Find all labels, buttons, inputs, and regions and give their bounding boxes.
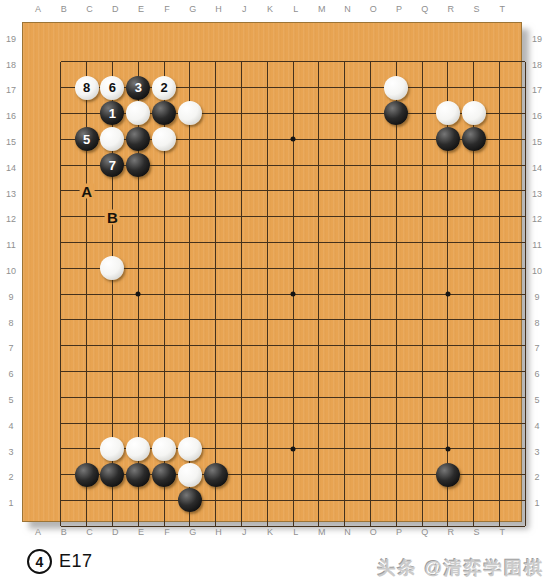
intersection-F9[interactable]: [177, 307, 203, 333]
intersection-D17[interactable]: [125, 101, 151, 127]
intersection-G16[interactable]: [203, 126, 229, 152]
intersection-G11[interactable]: [203, 255, 229, 281]
intersection-F2[interactable]: [177, 488, 203, 514]
intersection-D11[interactable]: [125, 255, 151, 281]
intersection-O13[interactable]: [383, 204, 409, 230]
intersection-K9[interactable]: [280, 307, 306, 333]
intersection-D13[interactable]: [125, 204, 151, 230]
intersection-F8[interactable]: [177, 333, 203, 359]
intersection-A10[interactable]: [48, 281, 74, 307]
intersection-P10[interactable]: [409, 281, 435, 307]
intersection-B2[interactable]: [74, 488, 100, 514]
intersection-C13[interactable]: B: [100, 204, 126, 230]
intersection-R9[interactable]: [461, 307, 487, 333]
intersection-G4[interactable]: [203, 436, 229, 462]
intersection-S14[interactable]: [487, 178, 513, 204]
intersection-J18[interactable]: [254, 75, 280, 101]
intersection-F16[interactable]: [177, 126, 203, 152]
intersection-P7[interactable]: [409, 359, 435, 385]
intersection-H17[interactable]: [229, 101, 255, 127]
intersection-J2[interactable]: [254, 488, 280, 514]
intersection-J17[interactable]: [254, 101, 280, 127]
intersection-E10[interactable]: [151, 281, 177, 307]
intersection-M12[interactable]: [332, 230, 358, 256]
intersection-S11[interactable]: [487, 255, 513, 281]
intersection-H13[interactable]: [229, 204, 255, 230]
intersection-E16[interactable]: [151, 126, 177, 152]
intersection-E14[interactable]: [151, 178, 177, 204]
intersection-Q17[interactable]: [435, 101, 461, 127]
intersection-H10[interactable]: [229, 281, 255, 307]
intersection-A12[interactable]: [48, 230, 74, 256]
intersection-G15[interactable]: [203, 152, 229, 178]
intersection-F18[interactable]: [177, 75, 203, 101]
intersection-K7[interactable]: [280, 359, 306, 385]
intersection-S16[interactable]: [487, 126, 513, 152]
intersection-O12[interactable]: [383, 230, 409, 256]
intersection-N9[interactable]: [358, 307, 384, 333]
intersection-A7[interactable]: [48, 359, 74, 385]
intersection-H5[interactable]: [229, 410, 255, 436]
intersection-G7[interactable]: [203, 359, 229, 385]
intersection-J3[interactable]: [254, 462, 280, 488]
intersection-D19[interactable]: [125, 49, 151, 75]
intersection-P9[interactable]: [409, 307, 435, 333]
intersection-B10[interactable]: [74, 281, 100, 307]
intersection-N19[interactable]: [358, 49, 384, 75]
intersection-D7[interactable]: [125, 359, 151, 385]
intersection-L19[interactable]: [306, 49, 332, 75]
intersection-A15[interactable]: [48, 152, 74, 178]
intersection-M8[interactable]: [332, 333, 358, 359]
intersection-R14[interactable]: [461, 178, 487, 204]
intersection-K19[interactable]: [280, 49, 306, 75]
intersection-L3[interactable]: [306, 462, 332, 488]
intersection-A18[interactable]: [48, 75, 74, 101]
intersection-K11[interactable]: [280, 255, 306, 281]
intersection-B16[interactable]: 5: [74, 126, 100, 152]
intersection-N12[interactable]: [358, 230, 384, 256]
intersection-F17[interactable]: [177, 101, 203, 127]
intersection-Q18[interactable]: [435, 75, 461, 101]
intersection-A16[interactable]: [48, 126, 74, 152]
intersection-L5[interactable]: [306, 410, 332, 436]
intersection-N18[interactable]: [358, 75, 384, 101]
intersection-A17[interactable]: [48, 101, 74, 127]
intersection-J14[interactable]: [254, 178, 280, 204]
intersection-B13[interactable]: [74, 204, 100, 230]
intersection-F19[interactable]: [177, 49, 203, 75]
intersection-S3[interactable]: [487, 462, 513, 488]
intersection-O11[interactable]: [383, 255, 409, 281]
intersection-P5[interactable]: [409, 410, 435, 436]
intersection-B5[interactable]: [74, 410, 100, 436]
intersection-L15[interactable]: [306, 152, 332, 178]
intersection-Q12[interactable]: [435, 230, 461, 256]
intersection-F15[interactable]: [177, 152, 203, 178]
intersection-Q10[interactable]: [435, 281, 461, 307]
intersection-D8[interactable]: [125, 333, 151, 359]
intersection-G5[interactable]: [203, 410, 229, 436]
intersection-N17[interactable]: [358, 101, 384, 127]
intersection-L8[interactable]: [306, 333, 332, 359]
intersection-H9[interactable]: [229, 307, 255, 333]
intersection-Q5[interactable]: [435, 410, 461, 436]
intersection-J6[interactable]: [254, 384, 280, 410]
intersection-L4[interactable]: [306, 436, 332, 462]
intersection-H19[interactable]: [229, 49, 255, 75]
intersection-M18[interactable]: [332, 75, 358, 101]
intersection-O18[interactable]: [383, 75, 409, 101]
intersection-A8[interactable]: [48, 333, 74, 359]
intersection-H11[interactable]: [229, 255, 255, 281]
intersection-A6[interactable]: [48, 384, 74, 410]
intersection-R18[interactable]: [461, 75, 487, 101]
intersection-O4[interactable]: [383, 436, 409, 462]
intersection-F10[interactable]: [177, 281, 203, 307]
intersection-L7[interactable]: [306, 359, 332, 385]
intersection-J5[interactable]: [254, 410, 280, 436]
intersection-G3[interactable]: [203, 462, 229, 488]
intersection-K6[interactable]: [280, 384, 306, 410]
intersection-B18[interactable]: 8: [74, 75, 100, 101]
intersection-D5[interactable]: [125, 410, 151, 436]
intersection-H16[interactable]: [229, 126, 255, 152]
intersection-D6[interactable]: [125, 384, 151, 410]
intersection-A13[interactable]: [48, 204, 74, 230]
intersection-F3[interactable]: [177, 462, 203, 488]
intersection-J4[interactable]: [254, 436, 280, 462]
intersection-H3[interactable]: [229, 462, 255, 488]
intersection-B15[interactable]: [74, 152, 100, 178]
intersection-N4[interactable]: [358, 436, 384, 462]
intersection-R2[interactable]: [461, 488, 487, 514]
intersection-G17[interactable]: [203, 101, 229, 127]
intersection-A19[interactable]: [48, 49, 74, 75]
intersection-E5[interactable]: [151, 410, 177, 436]
intersection-N5[interactable]: [358, 410, 384, 436]
intersection-M17[interactable]: [332, 101, 358, 127]
intersection-L2[interactable]: [306, 488, 332, 514]
intersection-M11[interactable]: [332, 255, 358, 281]
intersection-O5[interactable]: [383, 410, 409, 436]
intersection-C19[interactable]: [100, 49, 126, 75]
intersection-R15[interactable]: [461, 152, 487, 178]
intersection-R12[interactable]: [461, 230, 487, 256]
intersection-B4[interactable]: [74, 436, 100, 462]
intersection-M5[interactable]: [332, 410, 358, 436]
intersection-E17[interactable]: [151, 101, 177, 127]
intersection-N15[interactable]: [358, 152, 384, 178]
intersection-E8[interactable]: [151, 333, 177, 359]
intersection-H7[interactable]: [229, 359, 255, 385]
intersection-Q15[interactable]: [435, 152, 461, 178]
intersection-A9[interactable]: [48, 307, 74, 333]
intersection-Q11[interactable]: [435, 255, 461, 281]
intersection-K17[interactable]: [280, 101, 306, 127]
intersection-O6[interactable]: [383, 384, 409, 410]
intersection-E2[interactable]: [151, 488, 177, 514]
intersection-A2[interactable]: [48, 488, 74, 514]
intersection-P4[interactable]: [409, 436, 435, 462]
intersection-O19[interactable]: [383, 49, 409, 75]
intersection-O17[interactable]: [383, 101, 409, 127]
intersection-P19[interactable]: [409, 49, 435, 75]
intersection-E19[interactable]: [151, 49, 177, 75]
intersection-S18[interactable]: [487, 75, 513, 101]
intersection-C12[interactable]: [100, 230, 126, 256]
intersection-P2[interactable]: [409, 488, 435, 514]
intersection-P18[interactable]: [409, 75, 435, 101]
intersection-L11[interactable]: [306, 255, 332, 281]
intersection-G8[interactable]: [203, 333, 229, 359]
intersection-J7[interactable]: [254, 359, 280, 385]
intersection-C10[interactable]: [100, 281, 126, 307]
intersection-N8[interactable]: [358, 333, 384, 359]
intersection-J9[interactable]: [254, 307, 280, 333]
intersection-R17[interactable]: [461, 101, 487, 127]
intersection-D4[interactable]: [125, 436, 151, 462]
intersection-M2[interactable]: [332, 488, 358, 514]
intersection-C5[interactable]: [100, 410, 126, 436]
intersection-A4[interactable]: [48, 436, 74, 462]
intersection-L9[interactable]: [306, 307, 332, 333]
intersection-G6[interactable]: [203, 384, 229, 410]
intersection-P15[interactable]: [409, 152, 435, 178]
intersection-J19[interactable]: [254, 49, 280, 75]
intersection-M16[interactable]: [332, 126, 358, 152]
intersection-G9[interactable]: [203, 307, 229, 333]
intersection-E13[interactable]: [151, 204, 177, 230]
intersection-H18[interactable]: [229, 75, 255, 101]
intersection-G14[interactable]: [203, 178, 229, 204]
intersection-E4[interactable]: [151, 436, 177, 462]
intersection-R16[interactable]: [461, 126, 487, 152]
intersection-P13[interactable]: [409, 204, 435, 230]
intersection-E6[interactable]: [151, 384, 177, 410]
intersection-C15[interactable]: 7: [100, 152, 126, 178]
intersection-C14[interactable]: [100, 178, 126, 204]
intersection-M6[interactable]: [332, 384, 358, 410]
intersection-O15[interactable]: [383, 152, 409, 178]
intersection-R10[interactable]: [461, 281, 487, 307]
intersection-L18[interactable]: [306, 75, 332, 101]
intersection-M13[interactable]: [332, 204, 358, 230]
intersection-P12[interactable]: [409, 230, 435, 256]
intersection-M9[interactable]: [332, 307, 358, 333]
intersection-N6[interactable]: [358, 384, 384, 410]
intersection-P8[interactable]: [409, 333, 435, 359]
intersection-F13[interactable]: [177, 204, 203, 230]
intersection-L13[interactable]: [306, 204, 332, 230]
intersection-O9[interactable]: [383, 307, 409, 333]
intersection-S4[interactable]: [487, 436, 513, 462]
intersection-E3[interactable]: [151, 462, 177, 488]
intersection-S17[interactable]: [487, 101, 513, 127]
intersection-F7[interactable]: [177, 359, 203, 385]
intersection-N7[interactable]: [358, 359, 384, 385]
intersection-N10[interactable]: [358, 281, 384, 307]
intersection-C6[interactable]: [100, 384, 126, 410]
intersection-B19[interactable]: [74, 49, 100, 75]
intersection-F6[interactable]: [177, 384, 203, 410]
intersection-S8[interactable]: [487, 333, 513, 359]
intersection-G10[interactable]: [203, 281, 229, 307]
intersection-J11[interactable]: [254, 255, 280, 281]
intersection-F5[interactable]: [177, 410, 203, 436]
intersection-S19[interactable]: [487, 49, 513, 75]
intersection-O7[interactable]: [383, 359, 409, 385]
intersection-F11[interactable]: [177, 255, 203, 281]
intersection-L14[interactable]: [306, 178, 332, 204]
intersection-G18[interactable]: [203, 75, 229, 101]
intersection-E11[interactable]: [151, 255, 177, 281]
intersection-C11[interactable]: [100, 255, 126, 281]
intersection-K12[interactable]: [280, 230, 306, 256]
intersection-D15[interactable]: [125, 152, 151, 178]
intersection-P3[interactable]: [409, 462, 435, 488]
intersection-J12[interactable]: [254, 230, 280, 256]
intersection-J8[interactable]: [254, 333, 280, 359]
intersection-E9[interactable]: [151, 307, 177, 333]
intersection-T1[interactable]: [512, 513, 538, 539]
intersection-K13[interactable]: [280, 204, 306, 230]
intersection-N14[interactable]: [358, 178, 384, 204]
intersection-K8[interactable]: [280, 333, 306, 359]
intersection-H6[interactable]: [229, 384, 255, 410]
intersection-Q16[interactable]: [435, 126, 461, 152]
intersection-O14[interactable]: [383, 178, 409, 204]
intersection-B6[interactable]: [74, 384, 100, 410]
intersection-R5[interactable]: [461, 410, 487, 436]
intersection-M14[interactable]: [332, 178, 358, 204]
intersection-P11[interactable]: [409, 255, 435, 281]
intersection-S10[interactable]: [487, 281, 513, 307]
intersection-H2[interactable]: [229, 488, 255, 514]
intersection-J13[interactable]: [254, 204, 280, 230]
intersection-D12[interactable]: [125, 230, 151, 256]
intersection-K10[interactable]: [280, 281, 306, 307]
intersection-P14[interactable]: [409, 178, 435, 204]
intersection-C17[interactable]: 1: [100, 101, 126, 127]
intersection-M3[interactable]: [332, 462, 358, 488]
intersection-B9[interactable]: [74, 307, 100, 333]
intersection-S15[interactable]: [487, 152, 513, 178]
intersection-M4[interactable]: [332, 436, 358, 462]
intersection-S6[interactable]: [487, 384, 513, 410]
intersection-C3[interactable]: [100, 462, 126, 488]
intersection-J15[interactable]: [254, 152, 280, 178]
intersection-D3[interactable]: [125, 462, 151, 488]
intersection-S13[interactable]: [487, 204, 513, 230]
intersection-K4[interactable]: [280, 436, 306, 462]
intersection-L16[interactable]: [306, 126, 332, 152]
intersection-B12[interactable]: [74, 230, 100, 256]
intersection-D18[interactable]: 3: [125, 75, 151, 101]
intersection-C4[interactable]: [100, 436, 126, 462]
intersection-H15[interactable]: [229, 152, 255, 178]
intersection-R11[interactable]: [461, 255, 487, 281]
intersection-N2[interactable]: [358, 488, 384, 514]
intersection-L17[interactable]: [306, 101, 332, 127]
intersection-D14[interactable]: [125, 178, 151, 204]
intersection-E12[interactable]: [151, 230, 177, 256]
intersection-K15[interactable]: [280, 152, 306, 178]
intersection-Q8[interactable]: [435, 333, 461, 359]
intersection-M7[interactable]: [332, 359, 358, 385]
intersection-Q19[interactable]: [435, 49, 461, 75]
intersection-O16[interactable]: [383, 126, 409, 152]
intersection-O2[interactable]: [383, 488, 409, 514]
intersection-G19[interactable]: [203, 49, 229, 75]
intersection-E7[interactable]: [151, 359, 177, 385]
intersection-N3[interactable]: [358, 462, 384, 488]
intersection-K14[interactable]: [280, 178, 306, 204]
intersection-D9[interactable]: [125, 307, 151, 333]
intersection-B17[interactable]: [74, 101, 100, 127]
intersection-K18[interactable]: [280, 75, 306, 101]
intersection-D16[interactable]: [125, 126, 151, 152]
intersection-C7[interactable]: [100, 359, 126, 385]
intersection-S5[interactable]: [487, 410, 513, 436]
intersection-R7[interactable]: [461, 359, 487, 385]
intersection-E15[interactable]: [151, 152, 177, 178]
intersection-D2[interactable]: [125, 488, 151, 514]
intersection-A3[interactable]: [48, 462, 74, 488]
intersection-R3[interactable]: [461, 462, 487, 488]
intersection-B8[interactable]: [74, 333, 100, 359]
intersection-O3[interactable]: [383, 462, 409, 488]
intersection-M10[interactable]: [332, 281, 358, 307]
intersection-L6[interactable]: [306, 384, 332, 410]
intersection-P17[interactable]: [409, 101, 435, 127]
intersection-F14[interactable]: [177, 178, 203, 204]
intersection-K2[interactable]: [280, 488, 306, 514]
intersection-H14[interactable]: [229, 178, 255, 204]
intersection-H4[interactable]: [229, 436, 255, 462]
intersection-J16[interactable]: [254, 126, 280, 152]
intersection-K5[interactable]: [280, 410, 306, 436]
intersection-M19[interactable]: [332, 49, 358, 75]
intersection-S12[interactable]: [487, 230, 513, 256]
intersection-Q13[interactable]: [435, 204, 461, 230]
intersection-M15[interactable]: [332, 152, 358, 178]
intersection-H8[interactable]: [229, 333, 255, 359]
intersection-N16[interactable]: [358, 126, 384, 152]
intersection-Q3[interactable]: [435, 462, 461, 488]
intersection-H12[interactable]: [229, 230, 255, 256]
intersection-O10[interactable]: [383, 281, 409, 307]
intersection-N13[interactable]: [358, 204, 384, 230]
intersection-Q9[interactable]: [435, 307, 461, 333]
intersection-P16[interactable]: [409, 126, 435, 152]
intersection-S9[interactable]: [487, 307, 513, 333]
intersection-P6[interactable]: [409, 384, 435, 410]
intersection-C18[interactable]: 6: [100, 75, 126, 101]
intersection-E18[interactable]: 2: [151, 75, 177, 101]
intersection-J10[interactable]: [254, 281, 280, 307]
intersection-N11[interactable]: [358, 255, 384, 281]
intersection-B3[interactable]: [74, 462, 100, 488]
intersection-O8[interactable]: [383, 333, 409, 359]
intersection-Q6[interactable]: [435, 384, 461, 410]
intersection-B14[interactable]: A: [74, 178, 100, 204]
intersection-F12[interactable]: [177, 230, 203, 256]
intersection-Q14[interactable]: [435, 178, 461, 204]
intersection-B7[interactable]: [74, 359, 100, 385]
intersection-R19[interactable]: [461, 49, 487, 75]
intersection-D10[interactable]: [125, 281, 151, 307]
